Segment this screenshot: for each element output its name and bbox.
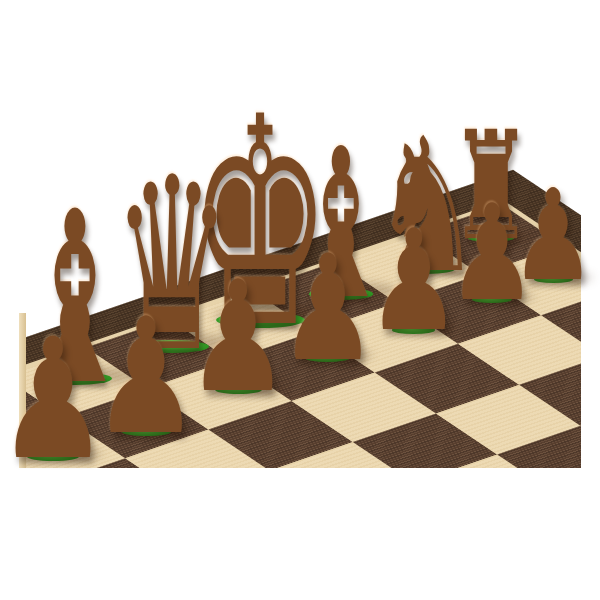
board-squares [19,205,581,468]
board-maple-trim [19,200,581,468]
chess-board [19,170,581,468]
product-photo-canvas: ♝♛♚♝♞♜♟♟♟♟♟♟♟ [0,0,600,600]
board-photo-area [19,0,581,468]
board-side-edge-left [19,313,26,468]
